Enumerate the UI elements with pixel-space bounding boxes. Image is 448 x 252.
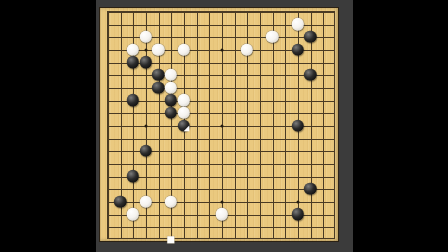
- square-marker: [167, 236, 174, 243]
- black-stone: [127, 94, 139, 106]
- go-board-grid[interactable]: [107, 11, 335, 239]
- white-stone: [266, 31, 278, 43]
- white-stone: [165, 81, 177, 93]
- white-stone: [127, 208, 139, 220]
- black-stone: [291, 208, 303, 220]
- star-point: [144, 48, 147, 51]
- black-stone: [114, 195, 126, 207]
- black-stone: [165, 94, 177, 106]
- black-stone: [304, 69, 316, 81]
- white-stone: [165, 69, 177, 81]
- star-point: [144, 124, 147, 127]
- star-point: [220, 48, 223, 51]
- white-stone: [177, 107, 189, 119]
- letterbox-left: [0, 0, 96, 252]
- star-point: [220, 200, 223, 203]
- game-panel: [96, 0, 353, 252]
- star-point: [296, 200, 299, 203]
- white-stone: [139, 195, 151, 207]
- black-stone: [152, 69, 164, 81]
- white-stone: [139, 31, 151, 43]
- black-stone: [127, 56, 139, 68]
- white-stone: [177, 43, 189, 55]
- star-point: [220, 124, 223, 127]
- black-stone: [165, 107, 177, 119]
- white-stone: [241, 43, 253, 55]
- black-stone: [152, 81, 164, 93]
- black-stone: [304, 183, 316, 195]
- white-stone: [291, 18, 303, 30]
- black-stone: [304, 31, 316, 43]
- letterbox-right: [353, 0, 448, 252]
- black-stone: [127, 170, 139, 182]
- black-stone: [139, 56, 151, 68]
- white-stone: [152, 43, 164, 55]
- go-board[interactable]: [99, 7, 339, 242]
- white-stone: [215, 208, 227, 220]
- black-stone: [139, 145, 151, 157]
- black-stone: [291, 119, 303, 131]
- white-stone: [127, 43, 139, 55]
- white-stone: [177, 94, 189, 106]
- white-stone: [165, 195, 177, 207]
- black-stone: [291, 43, 303, 55]
